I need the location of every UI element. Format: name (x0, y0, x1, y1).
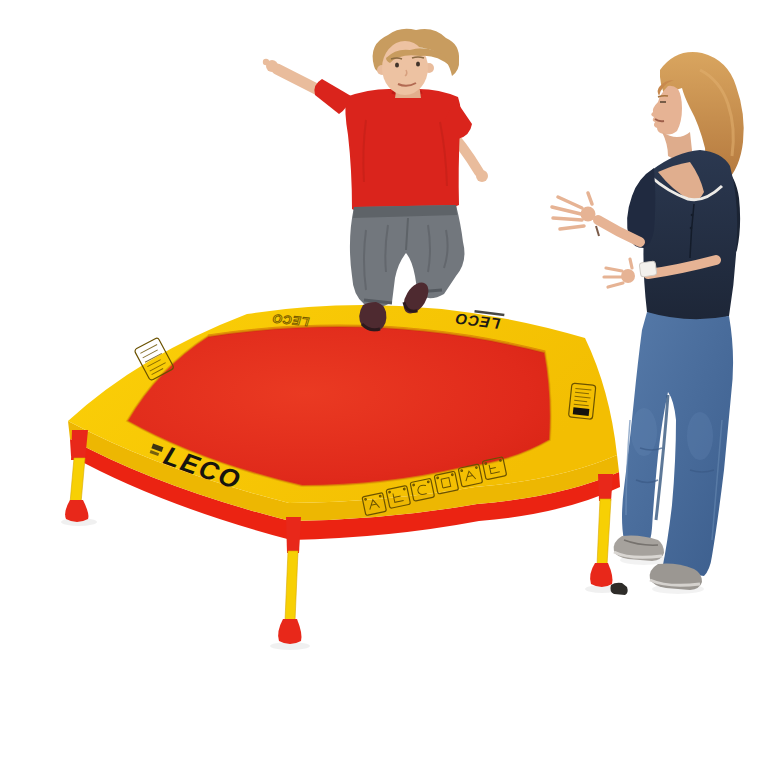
leg-shaft (70, 458, 85, 503)
woman-thin-bracelet (596, 226, 599, 236)
leg-foot (590, 563, 612, 587)
boy-left-fingers (263, 59, 269, 65)
trampoline-leg-left (65, 430, 88, 522)
product-photo: LECO LECO LECO (0, 0, 768, 768)
boy-left-eye (395, 63, 399, 68)
leg-foot (65, 500, 88, 522)
scene: LECO LECO LECO (0, 0, 768, 768)
floor-object (610, 583, 627, 595)
leg-joint (71, 430, 88, 460)
trampoline: LECO LECO LECO (65, 305, 620, 644)
leg-foot (278, 619, 301, 644)
woman-top (627, 150, 737, 323)
woman-white-wristband (639, 261, 657, 277)
leg-joint (286, 517, 301, 553)
leg-joint (598, 474, 613, 501)
woman (552, 52, 744, 590)
woman-right-arm (552, 193, 640, 242)
leg-shaft (597, 499, 611, 565)
boy-pants (350, 205, 465, 307)
boy-shirt (314, 79, 472, 218)
leg-shaft (285, 551, 298, 621)
boy-head (373, 29, 459, 98)
boy-right-hand (476, 170, 488, 182)
boy (263, 29, 488, 332)
boy-right-eye (416, 62, 420, 67)
